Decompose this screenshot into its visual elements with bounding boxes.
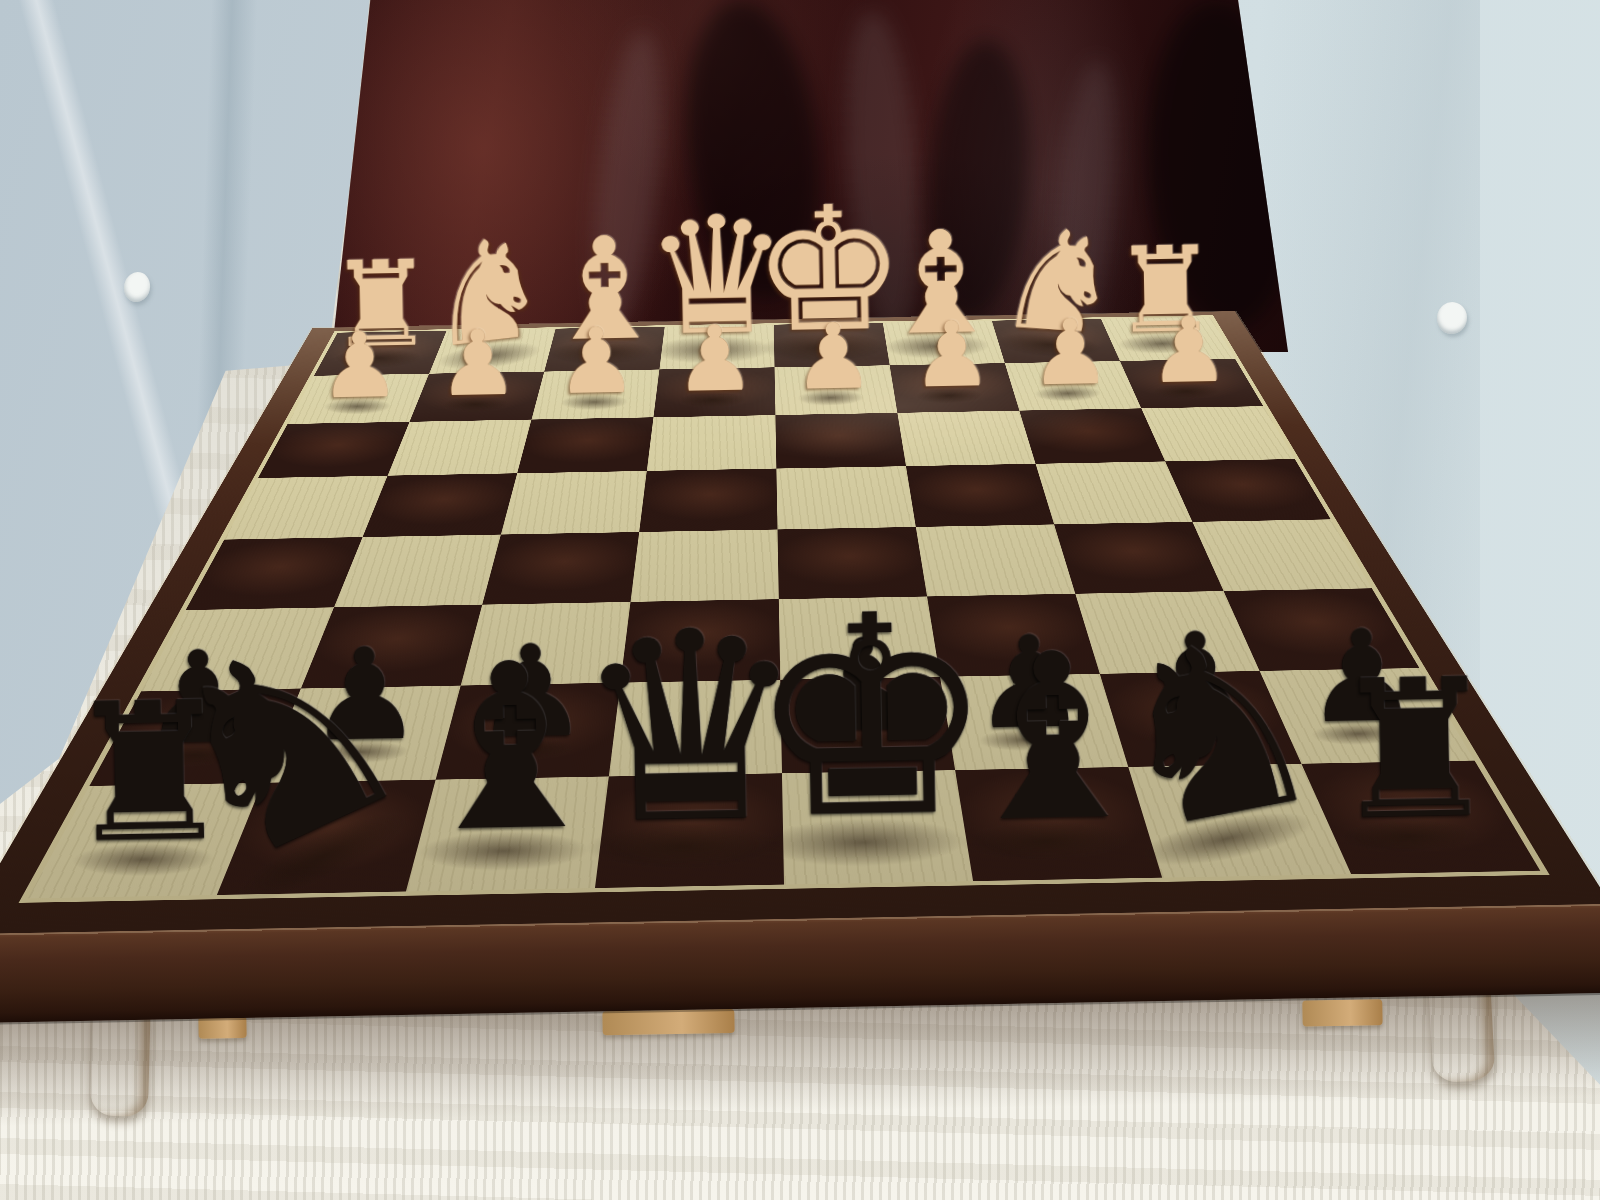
square-d3[interactable] <box>775 413 906 469</box>
square-g5[interactable] <box>334 535 501 608</box>
square-a4[interactable] <box>1165 459 1331 522</box>
square-a3[interactable] <box>1141 406 1295 461</box>
white-pawn-g2[interactable]: ♟ <box>437 318 520 410</box>
black-rook-a8[interactable]: ♜ <box>1327 654 1501 847</box>
square-h3[interactable] <box>258 422 410 478</box>
square-c3[interactable] <box>897 410 1035 466</box>
square-d4[interactable] <box>776 466 915 529</box>
board-leg-rear-glimpse <box>1302 999 1382 1026</box>
square-c4[interactable] <box>906 464 1054 527</box>
square-g3[interactable] <box>388 419 532 475</box>
square-b3[interactable] <box>1019 408 1165 464</box>
white-pawn-h2[interactable]: ♟ <box>319 320 402 412</box>
square-f4[interactable] <box>501 471 647 535</box>
scene: ♜♞♝♛♚♝♞♜♟♟♟♟♟♟♟♟♟♟♟♟♟♟♟♜♞♝♛♚♝♞♜ <box>0 0 1600 1200</box>
square-e3[interactable] <box>647 415 777 471</box>
white-pawn-d2[interactable]: ♟ <box>792 311 875 403</box>
board-leg-rear-glimpse <box>198 1016 246 1039</box>
white-pawn-glyph: ♟ <box>674 313 757 405</box>
white-pawn-glyph: ♟ <box>1029 307 1112 399</box>
white-pawn-glyph: ♟ <box>437 318 520 410</box>
board-leg-rear-glimpse <box>602 1009 734 1035</box>
white-pawn-glyph: ♟ <box>1148 305 1231 397</box>
square-e4[interactable] <box>639 469 777 532</box>
white-pawn-c2[interactable]: ♟ <box>911 309 994 401</box>
square-g4[interactable] <box>363 473 518 537</box>
white-pawn-a2[interactable]: ♟ <box>1148 305 1231 397</box>
square-h4[interactable] <box>224 476 387 540</box>
white-pawn-glyph: ♟ <box>792 311 875 403</box>
black-rook-glyph: ♜ <box>1327 654 1501 847</box>
white-pawn-b2[interactable]: ♟ <box>1029 307 1112 399</box>
white-pawn-glyph: ♟ <box>319 320 402 412</box>
black-knight-glyph: ♞ <box>1089 599 1340 869</box>
white-pawn-f2[interactable]: ♟ <box>555 315 638 407</box>
square-f3[interactable] <box>517 417 653 473</box>
black-knight-b8[interactable]: ♞ <box>1089 599 1340 869</box>
white-pawn-e2[interactable]: ♟ <box>674 313 757 405</box>
board-assembly: ♜♞♝♛♚♝♞♜♟♟♟♟♟♟♟♟♟♟♟♟♟♟♟♜♞♝♛♚♝♞♜ <box>0 0 1600 1200</box>
white-pawn-glyph: ♟ <box>555 315 638 407</box>
board-leg-front-left <box>90 1011 151 1116</box>
white-pawn-glyph: ♟ <box>911 309 994 401</box>
